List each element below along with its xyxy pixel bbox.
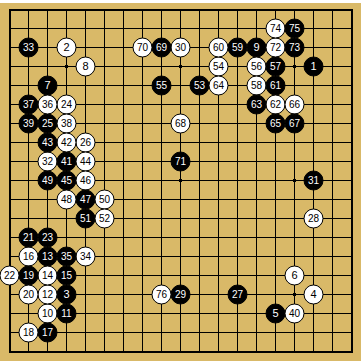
stone-black-move-71[interactable]: 71 [171, 152, 190, 171]
top-margin-strip [0, 0, 361, 3]
move-number-label: 69 [156, 42, 168, 53]
move-number-label: 21 [23, 232, 35, 243]
stone-black-move-67[interactable]: 67 [285, 114, 304, 133]
stone-black-move-47[interactable]: 47 [76, 190, 95, 209]
move-number-label: 16 [23, 251, 35, 262]
move-number-label: 31 [308, 175, 320, 186]
move-number-label: 74 [270, 23, 282, 34]
stone-black-move-5[interactable]: 5 [266, 304, 285, 323]
stone-black-move-49[interactable]: 49 [38, 171, 57, 190]
move-number-label: 75 [289, 23, 301, 34]
stone-black-move-43[interactable]: 43 [38, 133, 57, 152]
stone-black-move-13[interactable]: 13 [38, 247, 57, 266]
stone-white-move-30[interactable]: 30 [171, 38, 190, 57]
move-number-label: 10 [42, 308, 54, 319]
move-number-label: 60 [213, 42, 225, 53]
stone-white-move-2[interactable]: 2 [57, 38, 76, 57]
move-number-label: 28 [308, 213, 320, 224]
stone-black-move-11[interactable]: 11 [57, 304, 76, 323]
move-number-label: 7 [44, 79, 50, 91]
move-number-label: 41 [61, 156, 73, 167]
move-number-label: 39 [23, 118, 35, 129]
stone-white-move-6[interactable]: 6 [285, 266, 304, 285]
stone-black-move-15[interactable]: 15 [57, 266, 76, 285]
stone-white-move-28[interactable]: 28 [304, 209, 323, 228]
move-number-label: 58 [251, 80, 263, 91]
move-number-label: 22 [4, 270, 16, 281]
stone-white-move-46[interactable]: 46 [76, 171, 95, 190]
stone-black-move-75[interactable]: 75 [285, 19, 304, 38]
stone-black-move-65[interactable]: 65 [266, 114, 285, 133]
stone-white-move-8[interactable]: 8 [76, 57, 95, 76]
stone-white-move-36[interactable]: 36 [38, 95, 57, 114]
stone-white-move-66[interactable]: 66 [285, 95, 304, 114]
move-number-label: 1 [310, 60, 316, 72]
stone-white-move-62[interactable]: 62 [266, 95, 285, 114]
stone-white-move-56[interactable]: 56 [247, 57, 266, 76]
star-point [293, 293, 296, 296]
stone-white-move-76[interactable]: 76 [152, 285, 171, 304]
move-number-label: 37 [23, 99, 35, 110]
stone-white-move-48[interactable]: 48 [57, 190, 76, 209]
move-number-label: 3 [63, 288, 69, 300]
stone-black-move-51[interactable]: 51 [76, 209, 95, 228]
move-number-label: 45 [61, 175, 73, 186]
move-number-label: 6 [291, 269, 297, 281]
stone-white-move-14[interactable]: 14 [38, 266, 57, 285]
move-number-label: 73 [289, 42, 301, 53]
move-number-label: 38 [61, 118, 73, 129]
stone-black-move-57[interactable]: 57 [266, 57, 285, 76]
stone-white-move-42[interactable]: 42 [57, 133, 76, 152]
move-number-label: 43 [42, 137, 54, 148]
stone-black-move-25[interactable]: 25 [38, 114, 57, 133]
move-number-label: 4 [310, 288, 316, 300]
move-number-label: 52 [99, 213, 111, 224]
move-number-label: 8 [82, 60, 88, 72]
move-number-label: 32 [42, 156, 54, 167]
stone-white-move-74[interactable]: 74 [266, 19, 285, 38]
stone-white-move-68[interactable]: 68 [171, 114, 190, 133]
move-number-label: 46 [80, 175, 92, 186]
move-number-label: 51 [80, 213, 92, 224]
move-number-label: 14 [42, 270, 54, 281]
move-number-label: 27 [232, 289, 244, 300]
move-number-label: 57 [270, 61, 282, 72]
stone-black-move-17[interactable]: 17 [38, 323, 57, 342]
stone-black-move-1[interactable]: 1 [304, 57, 323, 76]
stone-black-move-3[interactable]: 3 [57, 285, 76, 304]
stone-white-move-18[interactable]: 18 [19, 323, 38, 342]
stone-black-move-69[interactable]: 69 [152, 38, 171, 57]
move-number-label: 34 [80, 251, 92, 262]
move-number-label: 15 [61, 270, 73, 281]
move-number-label: 12 [42, 289, 54, 300]
move-number-label: 70 [137, 42, 149, 53]
move-number-label: 72 [270, 42, 282, 53]
move-number-label: 36 [42, 99, 54, 110]
stone-white-move-52[interactable]: 52 [95, 209, 114, 228]
move-number-label: 9 [253, 41, 259, 53]
stone-white-move-34[interactable]: 34 [76, 247, 95, 266]
stone-white-move-12[interactable]: 12 [38, 285, 57, 304]
move-number-label: 2 [63, 41, 69, 53]
star-point [293, 65, 296, 68]
stone-black-move-21[interactable]: 21 [19, 228, 38, 247]
stone-black-move-61[interactable]: 61 [266, 76, 285, 95]
move-number-label: 20 [23, 289, 35, 300]
move-number-label: 30 [175, 42, 187, 53]
move-number-label: 68 [175, 118, 187, 129]
move-number-label: 59 [232, 42, 244, 53]
move-number-label: 44 [80, 156, 92, 167]
star-point [65, 65, 68, 68]
stone-black-move-31[interactable]: 31 [304, 171, 323, 190]
stone-white-move-44[interactable]: 44 [76, 152, 95, 171]
move-number-label: 11 [61, 308, 72, 319]
stone-white-move-22[interactable]: 22 [0, 266, 19, 285]
move-number-label: 64 [213, 80, 225, 91]
move-number-label: 47 [80, 194, 92, 205]
stone-black-move-63[interactable]: 63 [247, 95, 266, 114]
move-number-label: 18 [23, 327, 35, 338]
move-number-label: 23 [42, 232, 54, 243]
move-number-label: 63 [251, 99, 263, 110]
stone-white-move-26[interactable]: 26 [76, 133, 95, 152]
move-number-label: 26 [80, 137, 92, 148]
stone-black-move-33[interactable]: 33 [19, 38, 38, 57]
stone-black-move-35[interactable]: 35 [57, 247, 76, 266]
stone-black-move-7[interactable]: 7 [38, 76, 57, 95]
move-number-label: 35 [61, 251, 73, 262]
move-number-label: 24 [61, 99, 73, 110]
stone-white-move-24[interactable]: 24 [57, 95, 76, 114]
move-number-label: 67 [289, 118, 301, 129]
move-number-label: 42 [61, 137, 73, 148]
move-number-label: 33 [23, 42, 35, 53]
move-number-label: 25 [42, 118, 54, 129]
star-point [179, 179, 182, 182]
move-number-label: 29 [175, 289, 187, 300]
stone-black-move-45[interactable]: 45 [57, 171, 76, 190]
stone-white-move-58[interactable]: 58 [247, 76, 266, 95]
move-number-label: 40 [289, 308, 301, 319]
move-number-label: 48 [61, 194, 73, 205]
move-number-label: 61 [270, 80, 282, 91]
move-number-label: 66 [289, 99, 301, 110]
move-number-label: 13 [42, 251, 54, 262]
stone-black-move-9[interactable]: 9 [247, 38, 266, 57]
move-number-label: 62 [270, 99, 282, 110]
stone-black-move-23[interactable]: 23 [38, 228, 57, 247]
star-point [293, 179, 296, 182]
stone-black-move-37[interactable]: 37 [19, 95, 38, 114]
stone-black-move-53[interactable]: 53 [190, 76, 209, 95]
star-point [179, 65, 182, 68]
move-number-label: 71 [175, 156, 187, 167]
stone-black-move-73[interactable]: 73 [285, 38, 304, 57]
stone-black-move-59[interactable]: 59 [228, 38, 247, 57]
move-number-label: 65 [270, 118, 282, 129]
stone-white-move-50[interactable]: 50 [95, 190, 114, 209]
stone-white-move-40[interactable]: 40 [285, 304, 304, 323]
move-number-label: 50 [99, 194, 111, 205]
move-number-label: 55 [156, 80, 168, 91]
move-number-label: 53 [194, 80, 206, 91]
stone-white-move-54[interactable]: 54 [209, 57, 228, 76]
go-game-diagram: 1234567891011121314151617181920212223242… [0, 0, 361, 361]
stone-black-move-55[interactable]: 55 [152, 76, 171, 95]
stone-white-move-4[interactable]: 4 [304, 285, 323, 304]
stone-white-move-60[interactable]: 60 [209, 38, 228, 57]
move-number-label: 17 [42, 327, 54, 338]
stone-black-move-41[interactable]: 41 [57, 152, 76, 171]
move-number-label: 19 [23, 270, 35, 281]
move-number-label: 54 [213, 61, 225, 72]
move-number-label: 56 [251, 61, 263, 72]
stone-white-move-10[interactable]: 10 [38, 304, 57, 323]
go-board[interactable]: 1234567891011121314151617181920212223242… [0, 0, 361, 361]
move-number-label: 5 [272, 307, 278, 319]
stone-black-move-27[interactable]: 27 [228, 285, 247, 304]
stone-white-move-72[interactable]: 72 [266, 38, 285, 57]
stone-white-move-20[interactable]: 20 [19, 285, 38, 304]
stone-black-move-29[interactable]: 29 [171, 285, 190, 304]
stone-white-move-64[interactable]: 64 [209, 76, 228, 95]
stone-white-move-16[interactable]: 16 [19, 247, 38, 266]
stone-white-move-38[interactable]: 38 [57, 114, 76, 133]
stone-white-move-70[interactable]: 70 [133, 38, 152, 57]
move-number-label: 76 [156, 289, 168, 300]
stone-black-move-19[interactable]: 19 [19, 266, 38, 285]
stone-black-move-39[interactable]: 39 [19, 114, 38, 133]
move-number-label: 49 [42, 175, 54, 186]
stone-white-move-32[interactable]: 32 [38, 152, 57, 171]
